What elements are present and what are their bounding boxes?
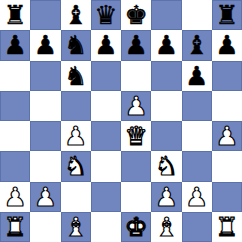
square-h5[interactable] xyxy=(212,91,242,121)
square-g1[interactable] xyxy=(182,212,212,242)
square-f7[interactable]: ♟ xyxy=(151,30,181,60)
square-g3[interactable] xyxy=(182,151,212,181)
piece-black-rook: ♜ xyxy=(3,0,26,30)
square-d2[interactable] xyxy=(91,182,121,212)
square-f8[interactable] xyxy=(151,0,181,30)
piece-white-pawn: ♟ xyxy=(34,182,57,212)
piece-white-pawn: ♟ xyxy=(64,121,87,151)
square-d7[interactable]: ♟ xyxy=(91,30,121,60)
piece-black-queen: ♛ xyxy=(94,0,117,30)
square-c3[interactable]: ♞ xyxy=(61,151,91,181)
square-g5[interactable] xyxy=(182,91,212,121)
piece-black-pawn: ♟ xyxy=(185,61,208,91)
square-f1[interactable]: ♝ xyxy=(151,212,181,242)
square-a2[interactable]: ♟ xyxy=(0,182,30,212)
square-a8[interactable]: ♜ xyxy=(0,0,30,30)
piece-white-rook: ♜ xyxy=(3,212,26,242)
piece-black-pawn: ♟ xyxy=(124,30,147,60)
square-c8[interactable]: ♝ xyxy=(61,0,91,30)
square-b7[interactable]: ♟ xyxy=(30,30,60,60)
square-g2[interactable]: ♟ xyxy=(182,182,212,212)
square-d5[interactable] xyxy=(91,91,121,121)
square-c5[interactable] xyxy=(61,91,91,121)
square-g6[interactable]: ♟ xyxy=(182,61,212,91)
square-f6[interactable] xyxy=(151,61,181,91)
piece-black-pawn: ♟ xyxy=(34,30,57,60)
piece-black-bishop: ♝ xyxy=(64,0,87,30)
piece-white-pawn: ♟ xyxy=(3,182,26,212)
piece-black-bishop: ♝ xyxy=(185,30,208,60)
square-b6[interactable] xyxy=(30,61,60,91)
piece-black-pawn: ♟ xyxy=(3,30,26,60)
square-h6[interactable] xyxy=(212,61,242,91)
square-a1[interactable]: ♜ xyxy=(0,212,30,242)
square-h2[interactable] xyxy=(212,182,242,212)
square-f2[interactable]: ♟ xyxy=(151,182,181,212)
square-b1[interactable] xyxy=(30,212,60,242)
square-b3[interactable] xyxy=(30,151,60,181)
square-c2[interactable] xyxy=(61,182,91,212)
piece-white-knight: ♞ xyxy=(64,151,87,181)
square-h3[interactable] xyxy=(212,151,242,181)
square-e5[interactable]: ♟ xyxy=(121,91,151,121)
square-a3[interactable] xyxy=(0,151,30,181)
piece-black-rook: ♜ xyxy=(215,0,238,30)
square-c7[interactable]: ♞ xyxy=(61,30,91,60)
square-f3[interactable]: ♞ xyxy=(151,151,181,181)
square-h1[interactable]: ♜ xyxy=(212,212,242,242)
square-d1[interactable] xyxy=(91,212,121,242)
square-b5[interactable] xyxy=(30,91,60,121)
square-a6[interactable] xyxy=(0,61,30,91)
square-f4[interactable] xyxy=(151,121,181,151)
square-c6[interactable]: ♞ xyxy=(61,61,91,91)
square-b2[interactable]: ♟ xyxy=(30,182,60,212)
square-a7[interactable]: ♟ xyxy=(0,30,30,60)
square-e1[interactable]: ♚ xyxy=(121,212,151,242)
square-e4[interactable]: ♛ xyxy=(121,121,151,151)
square-c1[interactable]: ♝ xyxy=(61,212,91,242)
piece-black-pawn: ♟ xyxy=(155,30,178,60)
piece-white-queen: ♛ xyxy=(124,121,147,151)
square-a5[interactable] xyxy=(0,91,30,121)
square-g4[interactable] xyxy=(182,121,212,151)
square-d8[interactable]: ♛ xyxy=(91,0,121,30)
piece-white-bishop: ♝ xyxy=(155,212,178,242)
square-b8[interactable] xyxy=(30,0,60,30)
square-b4[interactable] xyxy=(30,121,60,151)
square-e8[interactable]: ♚ xyxy=(121,0,151,30)
piece-white-pawn: ♟ xyxy=(124,91,147,121)
piece-white-king: ♚ xyxy=(124,212,147,242)
piece-white-pawn: ♟ xyxy=(215,121,238,151)
piece-white-pawn: ♟ xyxy=(155,182,178,212)
piece-white-rook: ♜ xyxy=(215,212,238,242)
square-h8[interactable]: ♜ xyxy=(212,0,242,30)
square-d3[interactable] xyxy=(91,151,121,181)
square-e7[interactable]: ♟ xyxy=(121,30,151,60)
chess-board: ♜♝♛♚♜♟♟♞♟♟♟♝♟♞♟♟♟♛♟♞♞♟♟♟♟♜♝♚♝♜ xyxy=(0,0,242,242)
piece-black-knight: ♞ xyxy=(64,61,87,91)
square-a4[interactable] xyxy=(0,121,30,151)
square-e3[interactable] xyxy=(121,151,151,181)
square-d6[interactable] xyxy=(91,61,121,91)
square-d4[interactable] xyxy=(91,121,121,151)
square-f5[interactable] xyxy=(151,91,181,121)
piece-black-king: ♚ xyxy=(124,0,147,30)
piece-black-pawn: ♟ xyxy=(94,30,117,60)
square-h4[interactable]: ♟ xyxy=(212,121,242,151)
piece-white-bishop: ♝ xyxy=(64,212,87,242)
piece-black-knight: ♞ xyxy=(64,30,87,60)
square-c4[interactable]: ♟ xyxy=(61,121,91,151)
piece-black-pawn: ♟ xyxy=(215,30,238,60)
piece-white-pawn: ♟ xyxy=(185,182,208,212)
square-e6[interactable] xyxy=(121,61,151,91)
square-h7[interactable]: ♟ xyxy=(212,30,242,60)
square-e2[interactable] xyxy=(121,182,151,212)
square-g7[interactable]: ♝ xyxy=(182,30,212,60)
piece-white-knight: ♞ xyxy=(155,151,178,181)
square-g8[interactable] xyxy=(182,0,212,30)
